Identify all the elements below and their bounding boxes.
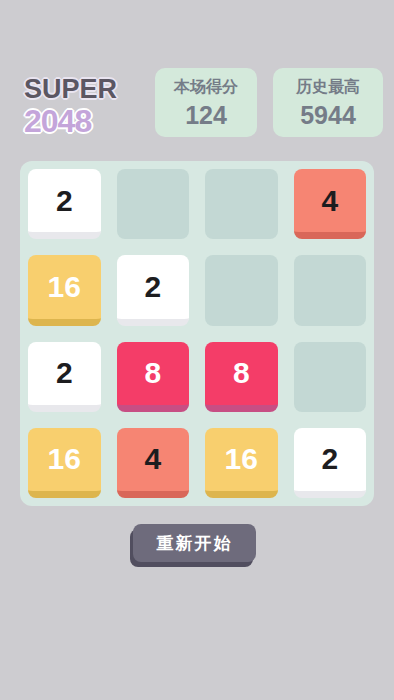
best-score-value: 5944 bbox=[300, 101, 356, 130]
tile-16: 16 bbox=[205, 428, 278, 498]
tile-8: 8 bbox=[117, 342, 190, 412]
empty-cell bbox=[294, 342, 367, 412]
current-score-value: 124 bbox=[185, 101, 227, 130]
tile-4: 4 bbox=[294, 169, 367, 239]
app-logo: SUPER 2048 bbox=[24, 76, 117, 137]
game-board[interactable]: 24162288164162 bbox=[20, 161, 374, 506]
tile-2: 2 bbox=[28, 342, 101, 412]
tile-2: 2 bbox=[117, 255, 190, 325]
tile-8: 8 bbox=[205, 342, 278, 412]
current-score-label: 本场得分 bbox=[174, 77, 238, 98]
logo-super-text: SUPER bbox=[24, 76, 117, 103]
empty-cell bbox=[294, 255, 367, 325]
tile-16: 16 bbox=[28, 255, 101, 325]
best-score-box: 历史最高 5944 bbox=[273, 68, 383, 137]
tile-16: 16 bbox=[28, 428, 101, 498]
current-score-box: 本场得分 124 bbox=[155, 68, 257, 137]
tile-4: 4 bbox=[117, 428, 190, 498]
empty-cell bbox=[117, 169, 190, 239]
logo-2048-text: 2048 bbox=[24, 105, 117, 137]
best-score-label: 历史最高 bbox=[296, 77, 360, 98]
restart-button[interactable]: 重新开始 bbox=[133, 524, 256, 562]
empty-cell bbox=[205, 169, 278, 239]
tile-2: 2 bbox=[28, 169, 101, 239]
empty-cell bbox=[205, 255, 278, 325]
app-screen: SUPER 2048 本场得分 124 历史最高 5944 2416228816… bbox=[0, 0, 394, 700]
tile-2: 2 bbox=[294, 428, 367, 498]
